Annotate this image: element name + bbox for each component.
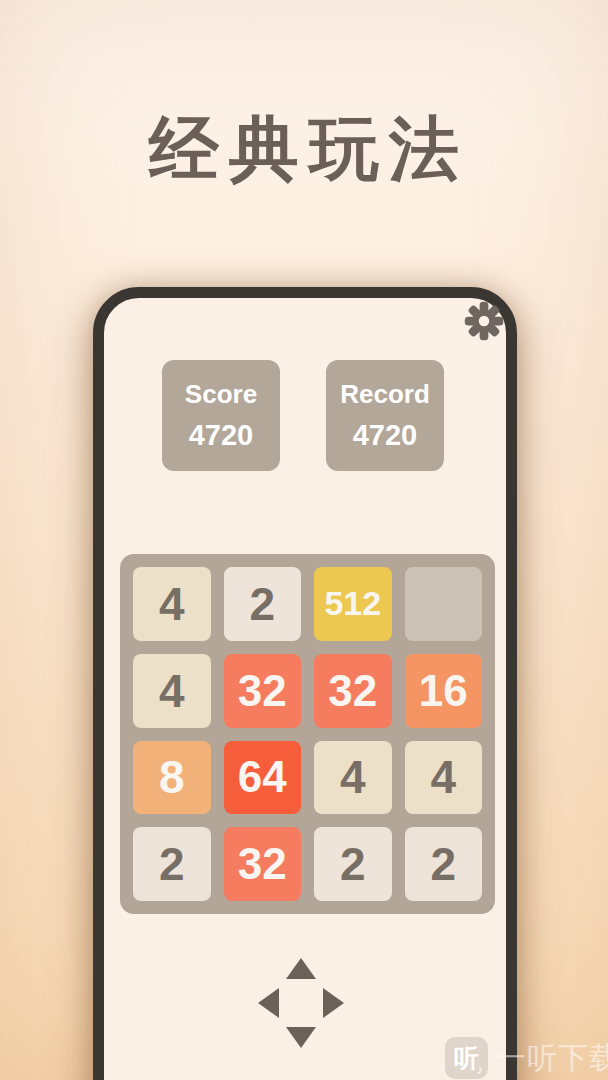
dpad-down-icon[interactable] (286, 1027, 316, 1048)
board: 4251243232168644423222 (120, 554, 495, 914)
record-value: 4720 (353, 421, 418, 450)
phone-mockup: Score 4720 Record 4720 42512432321686444… (93, 287, 517, 1080)
watermark-text: 一听下载 (496, 1038, 608, 1079)
page-title: 经典玩法 (0, 103, 608, 197)
tile-512: 512 (314, 567, 392, 641)
tile-8: 8 (133, 741, 211, 815)
tile-16: 16 (405, 654, 483, 728)
music-note-icon: ♪ (477, 1062, 484, 1077)
tile-64: 64 (224, 741, 302, 815)
dpad (258, 958, 344, 1048)
yiting-app-icon: 听 ♪ (445, 1037, 488, 1079)
watermark: 听 ♪ 一听下载 (445, 1036, 608, 1080)
tile-2: 2 (133, 827, 211, 901)
tile-2: 2 (224, 567, 302, 641)
tile-2: 2 (405, 827, 483, 901)
record-label: Record (340, 381, 430, 407)
tile-32: 32 (224, 827, 302, 901)
tile-4: 4 (133, 567, 211, 641)
tile-32: 32 (224, 654, 302, 728)
record-panel: Record 4720 (326, 360, 444, 471)
tile-4: 4 (133, 654, 211, 728)
dpad-left-icon[interactable] (258, 988, 279, 1018)
tile-4: 4 (405, 741, 483, 815)
score-label: Score (185, 381, 257, 407)
empty-cell (405, 567, 483, 641)
tile-32: 32 (314, 654, 392, 728)
dpad-right-icon[interactable] (323, 988, 344, 1018)
tile-4: 4 (314, 741, 392, 815)
dpad-up-icon[interactable] (286, 958, 316, 979)
yiting-icon-glyph: 听 (454, 1042, 479, 1075)
settings-gear-icon[interactable] (463, 300, 505, 342)
tile-2: 2 (314, 827, 392, 901)
score-panel: Score 4720 (162, 360, 280, 471)
score-value: 4720 (189, 421, 254, 450)
screenshot-root: 经典玩法 Score 4720 Record 4720 425124323216… (0, 0, 608, 1080)
